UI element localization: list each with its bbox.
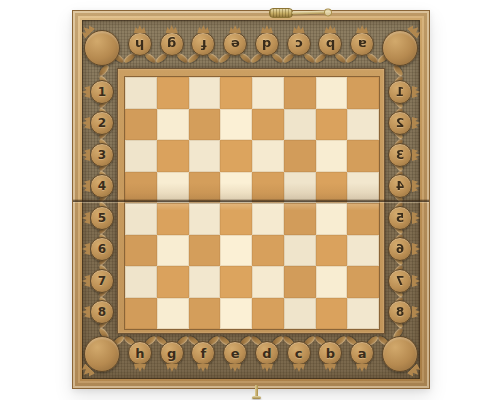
board-square-a3[interactable] bbox=[347, 140, 379, 172]
pomegranate-crown-icon bbox=[324, 364, 336, 372]
coordinate-text: h bbox=[135, 347, 144, 360]
board-square-a2[interactable] bbox=[347, 109, 379, 141]
coordinate-text: e bbox=[231, 347, 240, 360]
pomegranate-medallion-icon: 7 bbox=[90, 269, 114, 293]
pomegranate-crown-icon bbox=[229, 364, 241, 372]
board-square-d5[interactable] bbox=[252, 203, 284, 235]
coordinate-text: 3 bbox=[98, 149, 106, 161]
board-square-b1[interactable] bbox=[316, 77, 348, 109]
board-square-b3[interactable] bbox=[316, 140, 348, 172]
pomegranate-crown-icon bbox=[134, 25, 146, 33]
board-square-b8[interactable] bbox=[316, 298, 348, 330]
board-square-d7[interactable] bbox=[252, 266, 284, 298]
board-square-e8[interactable] bbox=[220, 298, 252, 330]
board-square-e1[interactable] bbox=[220, 77, 252, 109]
file-label-top-g: g bbox=[160, 32, 184, 56]
board-square-e7[interactable] bbox=[220, 266, 252, 298]
board-square-e2[interactable] bbox=[220, 109, 252, 141]
coordinate-text: 2 bbox=[98, 117, 106, 129]
coordinate-text: d bbox=[262, 38, 271, 51]
pomegranate-medallion-icon: a bbox=[350, 32, 374, 56]
rank-label-right-1: 1 bbox=[388, 80, 412, 104]
board-square-d3[interactable] bbox=[252, 140, 284, 172]
board-square-f1[interactable] bbox=[189, 77, 221, 109]
rank-label-left-4: 4 bbox=[90, 174, 114, 198]
board-square-c8[interactable] bbox=[284, 298, 316, 330]
coordinate-text: f bbox=[201, 347, 207, 360]
pomegranate-corner-ornament-icon bbox=[84, 336, 120, 372]
pomegranate-medallion-icon: g bbox=[160, 32, 184, 56]
pomegranate-medallion-icon: 8 bbox=[388, 300, 412, 324]
pomegranate-medallion-icon: 5 bbox=[90, 206, 114, 230]
board-square-g1[interactable] bbox=[157, 77, 189, 109]
board-square-h1[interactable] bbox=[125, 77, 157, 109]
coordinate-text: 4 bbox=[396, 180, 404, 192]
pomegranate-crown-icon bbox=[82, 306, 90, 318]
board-square-g6[interactable] bbox=[157, 235, 189, 267]
board-square-d2[interactable] bbox=[252, 109, 284, 141]
pomegranate-crown-icon bbox=[197, 25, 209, 33]
pomegranate-crown-icon bbox=[134, 364, 146, 372]
pomegranate-medallion-icon: 3 bbox=[90, 143, 114, 167]
board-square-a5[interactable] bbox=[347, 203, 379, 235]
fold-seam bbox=[73, 199, 429, 203]
coordinate-text: g bbox=[167, 38, 176, 51]
pomegranate-crown-icon bbox=[412, 149, 420, 161]
coordinate-text: 1 bbox=[98, 86, 106, 98]
board-square-c6[interactable] bbox=[284, 235, 316, 267]
pomegranate-medallion-icon: 4 bbox=[90, 174, 114, 198]
board-square-d6[interactable] bbox=[252, 235, 284, 267]
board-square-h8[interactable] bbox=[125, 298, 157, 330]
board-square-f8[interactable] bbox=[189, 298, 221, 330]
hinge-pin bbox=[252, 383, 262, 400]
pomegranate-medallion-icon: 7 bbox=[388, 269, 412, 293]
rank-label-left-6: 6 bbox=[90, 237, 114, 261]
pomegranate-crown-icon bbox=[82, 180, 90, 192]
board-square-d1[interactable] bbox=[252, 77, 284, 109]
coordinate-text: f bbox=[201, 38, 207, 51]
pomegranate-crown-icon bbox=[356, 364, 368, 372]
pomegranate-medallion-icon: a bbox=[350, 341, 374, 365]
pomegranate-medallion-icon: 2 bbox=[388, 111, 412, 135]
pomegranate-crown-icon bbox=[412, 306, 420, 318]
board-square-g8[interactable] bbox=[157, 298, 189, 330]
pomegranate-medallion-icon: 6 bbox=[388, 237, 412, 261]
pomegranate-crown-icon bbox=[197, 364, 209, 372]
board-square-c5[interactable] bbox=[284, 203, 316, 235]
file-label-top-f: f bbox=[191, 32, 215, 56]
pomegranate-crown-icon bbox=[261, 25, 273, 33]
file-label-top-a: a bbox=[350, 32, 374, 56]
coordinate-text: 7 bbox=[98, 275, 106, 287]
pomegranate-medallion-icon: f bbox=[191, 341, 215, 365]
rank-label-right-2: 2 bbox=[388, 111, 412, 135]
board-square-f2[interactable] bbox=[189, 109, 221, 141]
rank-label-left-3: 3 bbox=[90, 143, 114, 167]
pomegranate-crown-icon bbox=[82, 275, 90, 287]
rank-label-right-5: 5 bbox=[388, 206, 412, 230]
pomegranate-medallion-icon: b bbox=[318, 32, 342, 56]
board-square-c7[interactable] bbox=[284, 266, 316, 298]
coordinate-text: h bbox=[135, 38, 144, 51]
pomegranate-crown-icon bbox=[261, 364, 273, 372]
rank-label-right-4: 4 bbox=[388, 174, 412, 198]
file-label-bottom-f: f bbox=[191, 341, 215, 365]
photo-background: hgfedcbahgfedcba1234567812345678 bbox=[0, 0, 500, 400]
board-square-b2[interactable] bbox=[316, 109, 348, 141]
board-square-f3[interactable] bbox=[189, 140, 221, 172]
rank-label-left-7: 7 bbox=[90, 269, 114, 293]
board-square-a8[interactable] bbox=[347, 298, 379, 330]
board-square-h3[interactable] bbox=[125, 140, 157, 172]
pomegranate-crown-icon bbox=[82, 149, 90, 161]
file-label-bottom-d: d bbox=[255, 341, 279, 365]
board-square-g5[interactable] bbox=[157, 203, 189, 235]
board-square-b5[interactable] bbox=[316, 203, 348, 235]
pomegranate-crown-icon bbox=[166, 364, 178, 372]
board-square-e3[interactable] bbox=[220, 140, 252, 172]
pomegranate-medallion-icon: h bbox=[128, 341, 152, 365]
board-square-c3[interactable] bbox=[284, 140, 316, 172]
coordinate-text: 1 bbox=[396, 86, 404, 98]
rank-label-right-6: 6 bbox=[388, 237, 412, 261]
pomegranate-medallion-icon: h bbox=[128, 32, 152, 56]
pomegranate-corner-ornament-icon bbox=[84, 30, 120, 66]
pomegranate-medallion-icon: 4 bbox=[388, 174, 412, 198]
board-square-f5[interactable] bbox=[189, 203, 221, 235]
pomegranate-crown-icon bbox=[293, 25, 305, 33]
board-square-e6[interactable] bbox=[220, 235, 252, 267]
file-label-bottom-b: b bbox=[318, 341, 342, 365]
coordinate-text: a bbox=[358, 38, 367, 51]
rank-label-right-3: 3 bbox=[388, 143, 412, 167]
pomegranate-medallion-icon: 3 bbox=[388, 143, 412, 167]
board-square-f6[interactable] bbox=[189, 235, 221, 267]
pomegranate-medallion-icon: 1 bbox=[90, 80, 114, 104]
pomegranate-crown-icon bbox=[412, 86, 420, 98]
clasp-hook-icon bbox=[292, 10, 330, 14]
coordinate-text: e bbox=[231, 38, 240, 51]
pomegranate-medallion-icon: 1 bbox=[388, 80, 412, 104]
rank-label-left-8: 8 bbox=[90, 300, 114, 324]
pomegranate-crown-icon bbox=[412, 117, 420, 129]
coordinate-text: 3 bbox=[396, 149, 404, 161]
file-label-bottom-g: g bbox=[160, 341, 184, 365]
coordinate-text: 6 bbox=[396, 243, 404, 255]
pomegranate-medallion-icon: e bbox=[223, 341, 247, 365]
pomegranate-medallion-icon: 5 bbox=[388, 206, 412, 230]
file-label-top-c: c bbox=[287, 32, 311, 56]
pomegranate-corner-ornament-icon bbox=[382, 30, 418, 66]
coordinate-text: 7 bbox=[396, 275, 404, 287]
pomegranate-crown-icon bbox=[356, 25, 368, 33]
rank-label-left-2: 2 bbox=[90, 111, 114, 135]
pomegranate-crown-icon bbox=[229, 25, 241, 33]
pomegranate-medallion-icon: c bbox=[287, 341, 311, 365]
file-label-bottom-c: c bbox=[287, 341, 311, 365]
pomegranate-crown-icon bbox=[412, 212, 420, 224]
clasp-barrel-icon bbox=[269, 8, 293, 18]
coordinate-text: b bbox=[326, 347, 335, 360]
board-square-b7[interactable] bbox=[316, 266, 348, 298]
coordinate-text: 2 bbox=[396, 117, 404, 129]
rank-label-left-5: 5 bbox=[90, 206, 114, 230]
board-square-a7[interactable] bbox=[347, 266, 379, 298]
chess-box: hgfedcbahgfedcba1234567812345678 bbox=[72, 10, 430, 389]
board-square-h6[interactable] bbox=[125, 235, 157, 267]
pomegranate-medallion-icon: 8 bbox=[90, 300, 114, 324]
coordinate-text: a bbox=[358, 347, 367, 360]
board-square-c2[interactable] bbox=[284, 109, 316, 141]
coordinate-text: c bbox=[295, 347, 303, 360]
file-label-top-e: e bbox=[223, 32, 247, 56]
pomegranate-crown-icon bbox=[82, 117, 90, 129]
pomegranate-crown-icon bbox=[293, 364, 305, 372]
pomegranate-medallion-icon: g bbox=[160, 341, 184, 365]
coordinate-text: d bbox=[262, 347, 271, 360]
pomegranate-medallion-icon: d bbox=[255, 341, 279, 365]
chess-board bbox=[124, 76, 380, 330]
board-square-a6[interactable] bbox=[347, 235, 379, 267]
rank-label-right-7: 7 bbox=[388, 269, 412, 293]
coordinate-text: 6 bbox=[98, 243, 106, 255]
pomegranate-medallion-icon: b bbox=[318, 341, 342, 365]
board-square-c1[interactable] bbox=[284, 77, 316, 109]
pomegranate-medallion-icon: d bbox=[255, 32, 279, 56]
pomegranate-crown-icon bbox=[412, 275, 420, 287]
pomegranate-medallion-icon: c bbox=[287, 32, 311, 56]
board-square-a1[interactable] bbox=[347, 77, 379, 109]
file-label-top-d: d bbox=[255, 32, 279, 56]
board-square-f7[interactable] bbox=[189, 266, 221, 298]
rank-label-left-1: 1 bbox=[90, 80, 114, 104]
coordinate-text: c bbox=[295, 38, 303, 51]
coordinate-text: g bbox=[167, 347, 176, 360]
coordinate-text: 8 bbox=[396, 306, 404, 318]
pomegranate-medallion-icon: 6 bbox=[90, 237, 114, 261]
board-square-g2[interactable] bbox=[157, 109, 189, 141]
file-label-bottom-a: a bbox=[350, 341, 374, 365]
rank-label-right-8: 8 bbox=[388, 300, 412, 324]
pomegranate-medallion-icon: e bbox=[223, 32, 247, 56]
pomegranate-crown-icon bbox=[412, 243, 420, 255]
pomegranate-crown-icon bbox=[412, 180, 420, 192]
file-label-top-h: h bbox=[128, 32, 152, 56]
pomegranate-crown-icon bbox=[82, 212, 90, 224]
brass-clasp bbox=[269, 6, 333, 20]
pomegranate-medallion-icon: f bbox=[191, 32, 215, 56]
pomegranate-medallion-icon: 2 bbox=[90, 111, 114, 135]
board-square-h2[interactable] bbox=[125, 109, 157, 141]
board-square-g7[interactable] bbox=[157, 266, 189, 298]
coordinate-text: 8 bbox=[98, 306, 106, 318]
file-label-bottom-h: h bbox=[128, 341, 152, 365]
pomegranate-crown-icon bbox=[166, 25, 178, 33]
board-square-d8[interactable] bbox=[252, 298, 284, 330]
coordinate-text: 4 bbox=[98, 180, 106, 192]
coordinate-text: 5 bbox=[98, 212, 106, 224]
pomegranate-crown-icon bbox=[324, 25, 336, 33]
hinge-pin-cap-icon bbox=[252, 396, 261, 399]
pomegranate-crown-icon bbox=[82, 243, 90, 255]
pomegranate-crown-icon bbox=[82, 86, 90, 98]
file-label-bottom-e: e bbox=[223, 341, 247, 365]
file-label-top-b: b bbox=[318, 32, 342, 56]
coordinate-text: b bbox=[326, 38, 335, 51]
board-square-e5[interactable] bbox=[220, 203, 252, 235]
board-square-h5[interactable] bbox=[125, 203, 157, 235]
pomegranate-corner-ornament-icon bbox=[382, 336, 418, 372]
board-square-h7[interactable] bbox=[125, 266, 157, 298]
board-square-g3[interactable] bbox=[157, 140, 189, 172]
board-square-b6[interactable] bbox=[316, 235, 348, 267]
coordinate-text: 5 bbox=[396, 212, 404, 224]
